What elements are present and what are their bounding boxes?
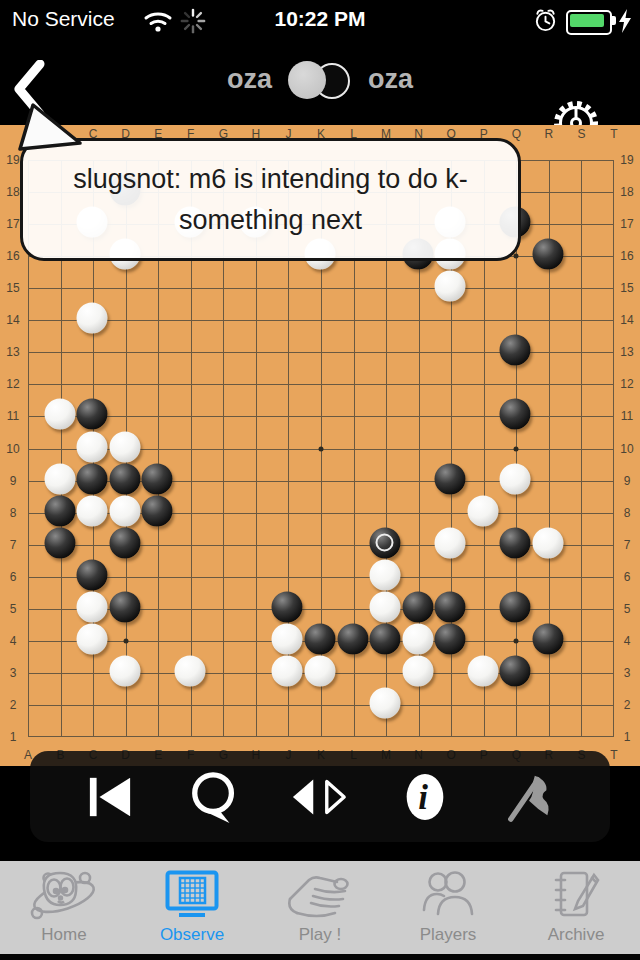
black-stone-Q3 bbox=[500, 655, 531, 686]
row-label: 2 bbox=[10, 698, 17, 712]
column-label: S bbox=[577, 127, 585, 141]
step-back-forward-button[interactable] bbox=[288, 767, 352, 827]
tab-bar: Home Observe Play ! bbox=[0, 861, 640, 954]
black-stone-Q11 bbox=[500, 399, 531, 430]
go-board-monitor-icon bbox=[165, 867, 219, 923]
row-label: 8 bbox=[10, 506, 17, 520]
black-stone-Q5 bbox=[500, 591, 531, 622]
row-label: 15 bbox=[620, 281, 633, 295]
black-stone-C9 bbox=[77, 463, 108, 494]
chat-bubble[interactable]: slugsnot: m6 is intending to do k- somet… bbox=[20, 138, 521, 261]
black-stone-E8 bbox=[142, 495, 173, 526]
battery-icon bbox=[566, 10, 612, 35]
tab-observe-label: Observe bbox=[160, 925, 224, 945]
stone-color-toggle[interactable] bbox=[288, 60, 352, 98]
black-stone-D5 bbox=[109, 591, 140, 622]
star-point bbox=[514, 254, 519, 259]
chat-button[interactable] bbox=[183, 767, 247, 827]
row-label: 5 bbox=[624, 602, 631, 616]
row-label: 9 bbox=[624, 474, 631, 488]
black-stone-B8 bbox=[44, 495, 75, 526]
row-label: 14 bbox=[620, 313, 633, 327]
row-label: 3 bbox=[10, 666, 17, 680]
white-stone-M6 bbox=[370, 559, 401, 590]
row-label: 19 bbox=[6, 153, 19, 167]
row-label: 19 bbox=[620, 153, 633, 167]
white-stone-C14 bbox=[77, 303, 108, 334]
white-stone-F3 bbox=[174, 655, 205, 686]
black-stone-Q7 bbox=[500, 527, 531, 558]
row-label: 7 bbox=[624, 538, 631, 552]
tab-home-label: Home bbox=[41, 925, 86, 945]
player-white-name: oza bbox=[227, 64, 272, 95]
tab-play-label: Play ! bbox=[299, 925, 342, 945]
black-stone-D7 bbox=[109, 527, 140, 558]
tab-archive[interactable]: Archive bbox=[512, 861, 640, 954]
black-stone-M7 bbox=[370, 527, 401, 558]
row-label: 6 bbox=[10, 570, 17, 584]
row-label: 4 bbox=[10, 634, 17, 648]
row-label: 17 bbox=[6, 217, 19, 231]
white-stone-D10 bbox=[109, 431, 140, 462]
alarm-clock-icon bbox=[533, 8, 558, 37]
white-stone-M5 bbox=[370, 591, 401, 622]
svg-text:i: i bbox=[418, 777, 428, 816]
resign-flag-button[interactable] bbox=[498, 767, 562, 827]
column-label: A bbox=[24, 748, 32, 762]
row-label: 10 bbox=[6, 442, 19, 456]
row-label: 6 bbox=[624, 570, 631, 584]
tab-observe[interactable]: Observe bbox=[128, 861, 256, 954]
white-stone-R7 bbox=[532, 527, 563, 558]
tab-players[interactable]: Players bbox=[384, 861, 512, 954]
row-label: 8 bbox=[624, 506, 631, 520]
game-title: oza oza bbox=[0, 54, 640, 104]
row-label: 18 bbox=[6, 185, 19, 199]
white-stone-D8 bbox=[109, 495, 140, 526]
tab-play[interactable]: Play ! bbox=[256, 861, 384, 954]
chat-message-line1: slugsnot: m6 is intending to do k- bbox=[73, 163, 468, 195]
black-stone-O4 bbox=[435, 623, 466, 654]
white-stone-icon bbox=[288, 61, 326, 99]
battery-tip bbox=[612, 16, 616, 25]
black-stone-D9 bbox=[109, 463, 140, 494]
battery-level bbox=[570, 14, 604, 27]
player-black-name: oza bbox=[368, 64, 413, 95]
black-stone-M4 bbox=[370, 623, 401, 654]
black-stone-K4 bbox=[304, 623, 335, 654]
star-point bbox=[514, 638, 519, 643]
white-stone-D3 bbox=[109, 655, 140, 686]
row-label: 17 bbox=[620, 217, 633, 231]
black-stone-B7 bbox=[44, 527, 75, 558]
black-stone-R16 bbox=[532, 239, 563, 270]
white-stone-C4 bbox=[77, 623, 108, 654]
black-stone-N5 bbox=[402, 591, 433, 622]
panda-icon bbox=[28, 867, 100, 923]
column-label: Q bbox=[512, 127, 521, 141]
column-label: R bbox=[545, 127, 554, 141]
white-stone-J3 bbox=[272, 655, 303, 686]
row-label: 2 bbox=[624, 698, 631, 712]
star-point bbox=[514, 446, 519, 451]
row-label: 12 bbox=[6, 377, 19, 391]
tab-archive-label: Archive bbox=[548, 925, 605, 945]
black-stone-Q13 bbox=[500, 335, 531, 366]
white-stone-N3 bbox=[402, 655, 433, 686]
white-stone-P8 bbox=[467, 495, 498, 526]
black-stone-J5 bbox=[272, 591, 303, 622]
notebook-pencil-icon bbox=[550, 867, 602, 923]
white-stone-B9 bbox=[44, 463, 75, 494]
black-stone-C6 bbox=[77, 559, 108, 590]
row-label: 4 bbox=[624, 634, 631, 648]
row-label: 9 bbox=[10, 474, 17, 488]
column-label: T bbox=[610, 748, 617, 762]
screen-bottom-edge bbox=[0, 954, 640, 960]
white-stone-P3 bbox=[467, 655, 498, 686]
black-stone-O5 bbox=[435, 591, 466, 622]
black-stone-O9 bbox=[435, 463, 466, 494]
nav-bar: oza oza bbox=[0, 40, 640, 125]
skip-to-start-button[interactable] bbox=[78, 767, 142, 827]
row-label: 14 bbox=[6, 313, 19, 327]
row-label: 16 bbox=[620, 249, 633, 263]
last-move-marker bbox=[376, 533, 394, 551]
star-point bbox=[123, 638, 128, 643]
row-label: 15 bbox=[6, 281, 19, 295]
row-label: 11 bbox=[621, 409, 633, 423]
black-stone-C11 bbox=[77, 399, 108, 430]
white-stone-J4 bbox=[272, 623, 303, 654]
status-bar: No Service 10:22 PM bbox=[0, 0, 640, 40]
chat-bubble-tail bbox=[16, 103, 88, 155]
column-label: T bbox=[610, 127, 617, 141]
row-label: 1 bbox=[10, 730, 17, 744]
row-label: 13 bbox=[6, 345, 19, 359]
black-stone-E9 bbox=[142, 463, 173, 494]
tab-home[interactable]: Home bbox=[0, 861, 128, 954]
row-label: 16 bbox=[6, 249, 19, 263]
row-label: 12 bbox=[620, 377, 633, 391]
star-point bbox=[318, 446, 323, 451]
row-label: 7 bbox=[10, 538, 17, 552]
black-stone-L4 bbox=[337, 623, 368, 654]
row-label: 3 bbox=[624, 666, 631, 680]
white-stone-N4 bbox=[402, 623, 433, 654]
white-stone-C5 bbox=[77, 591, 108, 622]
row-label: 13 bbox=[620, 345, 633, 359]
row-label: 5 bbox=[10, 602, 17, 616]
tab-players-label: Players bbox=[420, 925, 477, 945]
white-stone-Q9 bbox=[500, 463, 531, 494]
white-stone-C8 bbox=[77, 495, 108, 526]
white-stone-B11 bbox=[44, 399, 75, 430]
info-button[interactable]: i bbox=[393, 767, 457, 827]
white-stone-C10 bbox=[77, 431, 108, 462]
row-label: 11 bbox=[7, 409, 19, 423]
white-stone-M2 bbox=[370, 688, 401, 719]
hand-icon bbox=[287, 867, 353, 923]
row-label: 1 bbox=[624, 730, 631, 744]
game-toolbar: i bbox=[30, 751, 610, 842]
row-label: 18 bbox=[620, 185, 633, 199]
chat-message-line2: something next bbox=[179, 204, 362, 236]
people-icon bbox=[422, 867, 474, 923]
white-stone-O7 bbox=[435, 527, 466, 558]
row-label: 10 bbox=[620, 442, 633, 456]
charging-bolt-icon bbox=[618, 9, 632, 37]
white-stone-O15 bbox=[435, 271, 466, 302]
white-stone-K3 bbox=[304, 655, 335, 686]
black-stone-R4 bbox=[532, 623, 563, 654]
